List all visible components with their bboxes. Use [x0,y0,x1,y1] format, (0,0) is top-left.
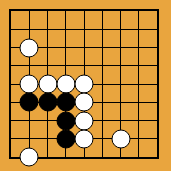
stone-white[interactable] [75,93,94,112]
stone-white[interactable] [56,75,75,94]
stone-black[interactable] [56,93,75,112]
stone-white[interactable] [75,129,94,148]
stone-black[interactable] [56,129,75,148]
stone-white[interactable] [111,129,130,148]
grid-line-vertical [102,11,103,157]
stone-white[interactable] [38,75,57,94]
stone-white[interactable] [75,75,94,94]
grid-line-vertical [138,11,139,157]
stone-white[interactable] [75,111,94,130]
go-board-screen [0,0,171,171]
stone-white[interactable] [20,38,39,57]
stone-black[interactable] [20,93,39,112]
stone-white[interactable] [20,148,39,167]
go-board[interactable] [9,9,159,159]
stone-black[interactable] [56,111,75,130]
stone-black[interactable] [38,93,57,112]
stone-white[interactable] [20,75,39,94]
board-grid[interactable] [11,11,157,157]
